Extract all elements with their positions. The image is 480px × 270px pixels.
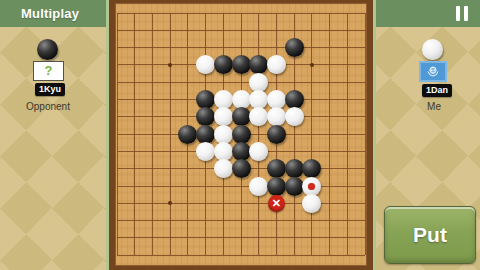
- white-stone: [302, 194, 321, 213]
- black-stone: [267, 159, 286, 178]
- black-stone: [196, 125, 215, 144]
- black-stone: [196, 107, 215, 126]
- opponent-rank-badge: 1Kyu: [35, 83, 65, 96]
- black-stone: [232, 107, 251, 126]
- grid-line-horizontal: [117, 203, 365, 204]
- white-stone: [249, 177, 268, 196]
- black-stone: [232, 125, 251, 144]
- me-label: Me: [394, 101, 474, 112]
- header-bar-right: [376, 0, 480, 27]
- grid-line-vertical: [258, 13, 259, 255]
- black-stone: [285, 38, 304, 57]
- star-point: [168, 63, 172, 67]
- game-screen: ✕ Multiplay ? 1Kyu Opponent 1Dan Me Put: [0, 0, 480, 270]
- white-stone: [214, 125, 233, 144]
- me-rank-badge: 1Dan: [422, 84, 452, 97]
- grid-line-vertical: [311, 13, 312, 255]
- black-stone: [214, 55, 233, 74]
- grid-line-horizontal: [117, 220, 365, 221]
- board-grid[interactable]: ✕: [117, 13, 365, 255]
- white-stone: [249, 90, 268, 109]
- united-nations-flag: [419, 61, 447, 82]
- me-stone-avatar: [422, 39, 443, 60]
- white-stone: [196, 142, 215, 161]
- black-stone: [232, 55, 251, 74]
- grid-line-vertical: [365, 13, 366, 255]
- grid-line-horizontal: [117, 255, 365, 256]
- grid-line-horizontal: [117, 237, 365, 238]
- un-emblem-icon: [423, 65, 443, 78]
- black-stone: [249, 55, 268, 74]
- opponent-label: Opponent: [8, 101, 88, 112]
- page-title: Multiplay: [21, 6, 79, 21]
- put-button[interactable]: Put: [384, 206, 476, 264]
- black-stone: [196, 90, 215, 109]
- white-stone: [214, 142, 233, 161]
- white-stone: [232, 90, 251, 109]
- white-stone: [214, 90, 233, 109]
- black-stone: [267, 177, 286, 196]
- last-move-dot: [308, 183, 315, 190]
- star-point: [168, 201, 172, 205]
- white-stone: [267, 90, 286, 109]
- white-stone: [214, 159, 233, 178]
- white-stone: [196, 55, 215, 74]
- grid-line-vertical: [329, 13, 330, 255]
- opponent-stone-avatar: [37, 39, 58, 60]
- white-stone: [214, 107, 233, 126]
- header-bar-left: Multiplay: [0, 0, 106, 27]
- white-stone: [267, 55, 286, 74]
- grid-line-horizontal: [117, 186, 365, 187]
- star-point: [310, 63, 314, 67]
- white-stone: [267, 107, 286, 126]
- put-button-label: Put: [413, 223, 447, 247]
- grid-line-vertical: [347, 13, 348, 255]
- opponent-unknown-avatar: ?: [33, 61, 64, 81]
- black-stone: [285, 159, 304, 178]
- pause-icon[interactable]: [456, 6, 468, 21]
- black-stone: [285, 177, 304, 196]
- black-stone: [178, 125, 197, 144]
- white-stone: [249, 142, 268, 161]
- white-stone: [285, 107, 304, 126]
- black-stone: [232, 159, 251, 178]
- white-stone: [249, 73, 268, 92]
- forbidden-move-marker: ✕: [268, 195, 285, 212]
- black-stone: [302, 159, 321, 178]
- black-stone: [232, 142, 251, 161]
- black-stone: [285, 90, 304, 109]
- black-stone: [267, 125, 286, 144]
- white-stone: [249, 107, 268, 126]
